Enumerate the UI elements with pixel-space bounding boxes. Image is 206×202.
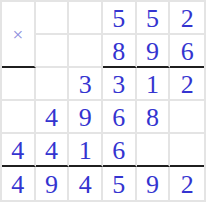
empty-cell-r4c1 (2, 101, 36, 134)
digit-cell-r4c2: 4 (36, 101, 70, 134)
digit-cell-r3c4: 3 (103, 68, 137, 101)
digit-cell-r5c1: 4 (2, 134, 36, 167)
empty-cell-r2c2 (69, 35, 103, 68)
digit-cell-r2c4: 8 (103, 35, 137, 68)
multiply-sign: × (2, 2, 36, 68)
digit-cell-r6c1: 4 (2, 167, 36, 200)
digit-cell-r4c4: 6 (103, 101, 137, 134)
empty-cell-r2c1 (36, 35, 70, 68)
digit-cell-r2c6: 6 (170, 35, 204, 68)
empty-cell-r3c1 (2, 68, 36, 101)
empty-cell-r5c6 (170, 134, 204, 167)
empty-cell-r4c6 (170, 101, 204, 134)
digit-cell-r1c6: 2 (170, 2, 204, 35)
digit-cell-r1c4: 5 (103, 2, 137, 35)
digit-cell-r1c5: 5 (137, 2, 171, 35)
long-multiplication-grid: ×552896331249684416494592 (0, 0, 206, 202)
digit-cell-r6c4: 5 (103, 167, 137, 200)
digit-cell-r3c6: 2 (170, 68, 204, 101)
digit-cell-r5c4: 6 (103, 134, 137, 167)
digit-cell-r6c5: 9 (137, 167, 171, 200)
digit-cell-r4c5: 8 (137, 101, 171, 134)
digit-cell-r6c3: 4 (69, 167, 103, 200)
digit-cell-r6c6: 2 (170, 167, 204, 200)
digit-cell-r4c3: 9 (69, 101, 103, 134)
digit-cell-r6c2: 9 (36, 167, 70, 200)
empty-cell-r3c2 (36, 68, 70, 101)
empty-cell-r1c2 (69, 2, 103, 35)
empty-cell-r1c1 (36, 2, 70, 35)
digit-cell-r2c5: 9 (137, 35, 171, 68)
digit-cell-r5c3: 1 (69, 134, 103, 167)
digit-cell-r3c3: 3 (69, 68, 103, 101)
empty-cell-r5c5 (137, 134, 171, 167)
digit-cell-r5c2: 4 (36, 134, 70, 167)
digit-cell-r3c5: 1 (137, 68, 171, 101)
